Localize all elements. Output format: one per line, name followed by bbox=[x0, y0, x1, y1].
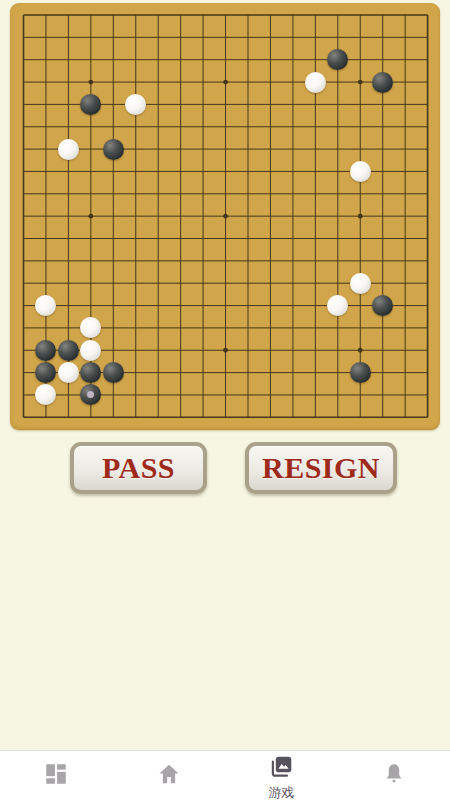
bell-icon bbox=[381, 761, 407, 791]
stone-black bbox=[35, 362, 56, 383]
stone-black bbox=[103, 139, 124, 160]
stone-white bbox=[58, 362, 79, 383]
nav-item-notifications[interactable] bbox=[338, 751, 450, 800]
pass-button[interactable]: PASS bbox=[70, 442, 207, 494]
stone-layer bbox=[12, 4, 438, 429]
stone-black bbox=[58, 340, 79, 361]
game-screen: PASS RESIGN bbox=[0, 0, 450, 800]
bottom-navbar: 游戏 bbox=[0, 750, 450, 800]
nav-item-apps[interactable] bbox=[0, 751, 113, 800]
home-icon bbox=[156, 761, 182, 791]
stone-black bbox=[35, 340, 56, 361]
stone-white bbox=[350, 273, 371, 294]
go-board[interactable] bbox=[10, 3, 440, 430]
stone-black bbox=[80, 384, 101, 405]
nav-label-games: 游戏 bbox=[268, 786, 294, 799]
stone-white bbox=[350, 161, 371, 182]
stone-white bbox=[305, 72, 326, 93]
stone-black bbox=[80, 94, 101, 115]
stone-white bbox=[125, 94, 146, 115]
stone-white bbox=[80, 317, 101, 338]
resign-button[interactable]: RESIGN bbox=[245, 442, 397, 494]
stone-black bbox=[372, 295, 393, 316]
apps-grid-icon bbox=[43, 761, 69, 791]
nav-item-home[interactable] bbox=[113, 751, 226, 800]
stone-black bbox=[350, 362, 371, 383]
stone-white bbox=[80, 340, 101, 361]
games-gallery-icon bbox=[268, 754, 294, 784]
stone-black bbox=[372, 72, 393, 93]
stone-black bbox=[103, 362, 124, 383]
stone-white bbox=[35, 295, 56, 316]
stone-white bbox=[35, 384, 56, 405]
last-move-marker bbox=[87, 391, 94, 398]
stone-black bbox=[80, 362, 101, 383]
nav-item-games[interactable]: 游戏 bbox=[225, 751, 338, 800]
stone-white bbox=[327, 295, 348, 316]
stone-black bbox=[327, 49, 348, 70]
stone-white bbox=[58, 139, 79, 160]
